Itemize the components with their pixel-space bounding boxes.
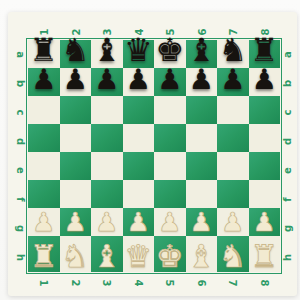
square[interactable]: ♟ <box>249 208 281 236</box>
white-pawn[interactable]: ♟ <box>190 209 213 235</box>
right-coordinates: abcdefgh <box>280 40 297 272</box>
square[interactable]: ♛ <box>123 236 155 272</box>
square[interactable]: ♟ <box>217 208 249 236</box>
black-bishop[interactable]: ♝ <box>187 34 216 66</box>
square[interactable]: ♟ <box>60 208 92 236</box>
square[interactable]: ♞ <box>217 236 249 272</box>
square[interactable] <box>123 152 155 180</box>
black-knight[interactable]: ♞ <box>61 34 90 66</box>
square[interactable] <box>28 180 60 208</box>
square[interactable]: ♟ <box>186 208 218 236</box>
black-knight[interactable]: ♞ <box>218 34 247 66</box>
black-pawn[interactable]: ♟ <box>252 66 277 94</box>
white-knight[interactable]: ♞ <box>61 241 89 272</box>
square[interactable] <box>217 124 249 152</box>
square[interactable]: ♚ <box>154 236 186 272</box>
black-pawn[interactable]: ♟ <box>63 66 88 94</box>
square[interactable] <box>91 96 123 124</box>
square[interactable] <box>60 96 92 124</box>
square[interactable]: ♟ <box>91 208 123 236</box>
square[interactable] <box>217 180 249 208</box>
square[interactable]: ♟ <box>123 208 155 236</box>
black-pawn[interactable]: ♟ <box>157 66 182 94</box>
black-pawn[interactable]: ♟ <box>94 66 119 94</box>
white-pawn[interactable]: ♟ <box>158 209 181 235</box>
square[interactable] <box>154 96 186 124</box>
square[interactable] <box>91 152 123 180</box>
square[interactable]: ♟ <box>154 68 186 96</box>
square[interactable] <box>123 180 155 208</box>
white-queen[interactable]: ♛ <box>124 241 152 272</box>
white-knight[interactable]: ♞ <box>219 241 247 272</box>
square[interactable] <box>60 124 92 152</box>
square[interactable]: ♜ <box>249 236 281 272</box>
square[interactable] <box>28 96 60 124</box>
square[interactable] <box>249 180 281 208</box>
square[interactable]: ♟ <box>123 68 155 96</box>
black-queen[interactable]: ♛ <box>124 34 153 66</box>
square[interactable] <box>186 180 218 208</box>
bottom-coordinates: 12345678 <box>28 272 280 296</box>
white-pawn[interactable]: ♟ <box>64 209 87 235</box>
square[interactable] <box>154 180 186 208</box>
black-pawn[interactable]: ♟ <box>220 66 245 94</box>
square[interactable] <box>217 152 249 180</box>
square[interactable] <box>28 124 60 152</box>
white-rook[interactable]: ♜ <box>30 241 58 272</box>
white-bishop[interactable]: ♝ <box>187 241 215 272</box>
square[interactable]: ♟ <box>60 68 92 96</box>
white-king[interactable]: ♚ <box>156 241 184 272</box>
square[interactable]: ♟ <box>28 68 60 96</box>
black-bishop[interactable]: ♝ <box>92 34 121 66</box>
square[interactable]: ♟ <box>249 68 281 96</box>
square[interactable] <box>186 124 218 152</box>
square[interactable] <box>154 152 186 180</box>
square[interactable] <box>91 180 123 208</box>
black-pawn[interactable]: ♟ <box>31 66 56 94</box>
black-rook[interactable]: ♜ <box>250 34 279 66</box>
square[interactable]: ♟ <box>91 68 123 96</box>
chess-set-photo: 12345678 12345678 abcdefgh abcdefgh ♜♞♝♛… <box>0 0 300 300</box>
square[interactable] <box>249 124 281 152</box>
square[interactable] <box>186 152 218 180</box>
square[interactable] <box>60 152 92 180</box>
square[interactable]: ♟ <box>186 68 218 96</box>
chess-mat: 12345678 12345678 abcdefgh abcdefgh ♜♞♝♛… <box>8 12 297 296</box>
chess-board: ♜♞♝♛♚♝♞♜♟♟♟♟♟♟♟♟♟♟♟♟♟♟♟♟♜♞♝♛♚♝♞♜ <box>28 40 280 272</box>
square[interactable] <box>217 96 249 124</box>
square[interactable] <box>249 152 281 180</box>
square[interactable]: ♝ <box>91 236 123 272</box>
black-pawn[interactable]: ♟ <box>189 66 214 94</box>
square[interactable] <box>123 96 155 124</box>
square[interactable] <box>154 124 186 152</box>
square[interactable] <box>123 124 155 152</box>
square[interactable]: ♜ <box>28 236 60 272</box>
square[interactable] <box>60 180 92 208</box>
square[interactable]: ♞ <box>60 236 92 272</box>
square[interactable]: ♟ <box>28 208 60 236</box>
left-coordinates: abcdefgh <box>8 40 28 272</box>
black-rook[interactable]: ♜ <box>29 34 58 66</box>
square[interactable] <box>186 96 218 124</box>
square[interactable]: ♟ <box>154 208 186 236</box>
white-pawn[interactable]: ♟ <box>221 209 244 235</box>
square[interactable] <box>91 124 123 152</box>
white-rook[interactable]: ♜ <box>250 241 278 272</box>
white-pawn[interactable]: ♟ <box>95 209 118 235</box>
square[interactable]: ♟ <box>217 68 249 96</box>
white-pawn[interactable]: ♟ <box>32 209 55 235</box>
white-pawn[interactable]: ♟ <box>253 209 276 235</box>
square[interactable] <box>249 96 281 124</box>
square[interactable] <box>28 152 60 180</box>
black-king[interactable]: ♚ <box>155 34 184 66</box>
square[interactable]: ♝ <box>186 236 218 272</box>
white-pawn[interactable]: ♟ <box>127 209 150 235</box>
black-pawn[interactable]: ♟ <box>126 66 151 94</box>
white-bishop[interactable]: ♝ <box>93 241 121 272</box>
